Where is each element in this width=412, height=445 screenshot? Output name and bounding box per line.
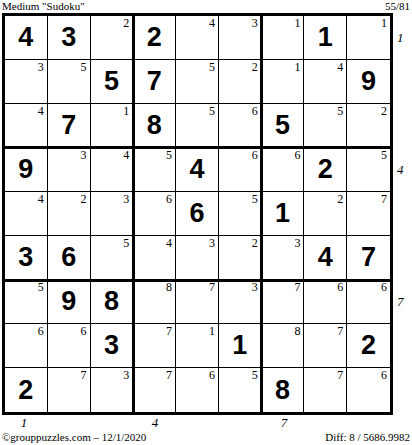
copyright-text: ©grouppuzzles.com – 12/1/2020 — [2, 431, 146, 443]
given-digit: 4 — [5, 16, 47, 59]
pencil-mark: 3 — [252, 16, 258, 30]
pencil-mark: 6 — [294, 148, 300, 162]
pencil-mark: 5 — [81, 60, 87, 74]
cell-r1c9[interactable]: 1 — [347, 16, 390, 60]
cell-r3c2[interactable]: 7 — [48, 104, 91, 148]
sudoku-grid: 4322431113557521494718565529345466254236… — [2, 13, 393, 415]
remaining-counter: 55/81 — [385, 0, 410, 12]
cell-r5c7[interactable]: 1 — [262, 192, 305, 236]
pencil-mark: 2 — [381, 104, 387, 118]
cell-r2c4[interactable]: 7 — [133, 60, 176, 104]
pencil-mark: 5 — [209, 60, 215, 74]
cell-r7c5[interactable]: 7 — [176, 280, 219, 324]
cell-r5c9[interactable]: 7 — [347, 192, 390, 236]
difficulty-text: Diff: 8 / 5686.9982 — [325, 431, 410, 443]
cell-r2c3[interactable]: 5 — [91, 60, 134, 104]
pencil-mark: 7 — [381, 192, 387, 206]
pencil-mark: 5 — [252, 192, 258, 206]
cell-r3c3[interactable]: 1 — [91, 104, 134, 148]
pencil-mark: 6 — [209, 368, 215, 382]
cell-r3c9[interactable]: 2 — [347, 104, 390, 148]
cell-r6c7[interactable]: 3 — [262, 236, 305, 280]
pencil-mark: 3 — [294, 236, 300, 250]
given-digit: 3 — [48, 16, 90, 59]
cell-r9c1[interactable]: 2 — [5, 368, 48, 412]
row-marker-7: 7 — [397, 295, 411, 309]
pencil-mark: 5 — [123, 236, 129, 250]
given-digit: 2 — [347, 324, 390, 367]
pencil-mark: 4 — [38, 192, 44, 206]
cell-r1c2[interactable]: 3 — [48, 16, 91, 60]
cell-r9c9[interactable]: 6 — [347, 368, 390, 412]
pencil-mark: 4 — [38, 104, 44, 118]
cell-r9c5[interactable]: 6 — [176, 368, 219, 412]
pencil-mark: 2 — [81, 192, 87, 206]
cell-r6c9[interactable]: 7 — [347, 236, 390, 280]
cell-r6c2[interactable]: 6 — [48, 236, 91, 280]
cell-r2c7[interactable]: 1 — [262, 60, 305, 104]
given-digit: 7 — [347, 236, 390, 279]
cell-r7c9[interactable]: 6 — [347, 280, 390, 324]
row-marker-1: 1 — [397, 31, 411, 45]
cell-r3c4[interactable]: 8 — [133, 104, 176, 148]
pencil-mark: 7 — [166, 324, 172, 338]
pencil-mark: 4 — [123, 148, 129, 162]
pencil-mark: 6 — [252, 104, 258, 118]
cell-r2c1[interactable]: 3 — [5, 60, 48, 104]
pencil-mark: 5 — [209, 104, 215, 118]
cell-r9c7[interactable]: 8 — [262, 368, 305, 412]
given-digit: 2 — [304, 148, 346, 191]
header: Medium "Sudoku" 55/81 — [2, 0, 410, 13]
pencil-mark: 4 — [209, 16, 215, 30]
pencil-mark: 2 — [252, 60, 258, 74]
pencil-mark: 1 — [294, 60, 300, 74]
pencil-mark: 8 — [166, 280, 172, 294]
given-digit: 4 — [304, 236, 346, 279]
cell-r8c1[interactable]: 6 — [5, 324, 48, 368]
pencil-mark: 7 — [337, 324, 343, 338]
cell-r3c7[interactable]: 5 — [262, 104, 305, 148]
cell-r1c6[interactable]: 3 — [219, 16, 262, 60]
pencil-mark: 6 — [381, 368, 387, 382]
cell-r2c2[interactable]: 5 — [48, 60, 91, 104]
pencil-mark: 7 — [166, 368, 172, 382]
cell-r5c5[interactable]: 6 — [176, 192, 219, 236]
cell-r5c1[interactable]: 4 — [5, 192, 48, 236]
given-digit: 4 — [176, 148, 218, 191]
pencil-mark: 4 — [166, 236, 172, 250]
cell-r7c3[interactable]: 8 — [91, 280, 134, 324]
cell-r7c1[interactable]: 5 — [5, 280, 48, 324]
cell-r6c1[interactable]: 3 — [5, 236, 48, 280]
cell-r7c4[interactable]: 8 — [133, 280, 176, 324]
cell-r2c5[interactable]: 5 — [176, 60, 219, 104]
cell-r6c4[interactable]: 4 — [133, 236, 176, 280]
given-digit: 8 — [91, 280, 133, 323]
given-digit: 7 — [133, 60, 175, 103]
given-digit: 1 — [262, 192, 304, 235]
cell-r9c3[interactable]: 3 — [91, 368, 134, 412]
cell-r9c6[interactable]: 5 — [219, 368, 262, 412]
cell-r4c3[interactable]: 4 — [91, 148, 134, 192]
pencil-mark: 3 — [81, 148, 87, 162]
cell-r7c2[interactable]: 9 — [48, 280, 91, 324]
pencil-mark: 1 — [381, 16, 387, 30]
pencil-mark: 7 — [337, 368, 343, 382]
cell-r1c4[interactable]: 2 — [133, 16, 176, 60]
given-digit: 2 — [5, 368, 47, 412]
cell-r1c1[interactable]: 4 — [5, 16, 48, 60]
given-digit: 3 — [5, 236, 47, 279]
cell-r3c1[interactable]: 4 — [5, 104, 48, 148]
cell-r9c2[interactable]: 7 — [48, 368, 91, 412]
cell-r4c2[interactable]: 3 — [48, 148, 91, 192]
given-digit: 9 — [5, 148, 47, 191]
cell-r3c5[interactable]: 5 — [176, 104, 219, 148]
pencil-mark: 6 — [81, 324, 87, 338]
cell-r8c4[interactable]: 7 — [133, 324, 176, 368]
given-digit: 6 — [176, 192, 218, 235]
col-marker-1: 1 — [14, 416, 34, 430]
pencil-mark: 7 — [81, 368, 87, 382]
pencil-mark: 4 — [337, 60, 343, 74]
pencil-mark: 5 — [252, 368, 258, 382]
cell-r8c6[interactable]: 1 — [219, 324, 262, 368]
cell-r2c8[interactable]: 4 — [304, 60, 347, 104]
given-digit: 5 — [262, 104, 304, 147]
cell-r4c4[interactable]: 5 — [133, 148, 176, 192]
given-digit: 9 — [347, 60, 390, 103]
cell-r7c7[interactable]: 7 — [262, 280, 305, 324]
cell-r6c5[interactable]: 3 — [176, 236, 219, 280]
pencil-mark: 2 — [123, 16, 129, 30]
cell-r3c6[interactable]: 6 — [219, 104, 262, 148]
cell-r7c8[interactable]: 6 — [304, 280, 347, 324]
col-marker-7: 7 — [274, 416, 294, 430]
given-digit: 8 — [133, 104, 175, 147]
given-digit: 2 — [133, 16, 175, 59]
pencil-mark: 1 — [294, 16, 300, 30]
given-digit: 8 — [262, 368, 304, 412]
cell-r4c5[interactable]: 4 — [176, 148, 219, 192]
given-digit: 5 — [91, 60, 133, 103]
cell-r2c9[interactable]: 9 — [347, 60, 390, 104]
pencil-mark: 7 — [294, 280, 300, 294]
pencil-mark: 5 — [337, 104, 343, 118]
pencil-mark: 3 — [209, 236, 215, 250]
pencil-mark: 1 — [123, 104, 129, 118]
cell-r6c3[interactable]: 5 — [91, 236, 134, 280]
cell-r1c7[interactable]: 1 — [262, 16, 305, 60]
given-digit: 1 — [304, 16, 346, 59]
given-digit: 1 — [219, 324, 261, 367]
pencil-mark: 5 — [38, 280, 44, 294]
pencil-mark: 6 — [38, 324, 44, 338]
pencil-mark: 5 — [166, 148, 172, 162]
cell-r5c4[interactable]: 6 — [133, 192, 176, 236]
pencil-mark: 6 — [252, 148, 258, 162]
cell-r2c6[interactable]: 2 — [219, 60, 262, 104]
cell-r1c5[interactable]: 4 — [176, 16, 219, 60]
given-digit: 7 — [48, 104, 90, 147]
cell-r1c8[interactable]: 1 — [304, 16, 347, 60]
cell-r6c8[interactable]: 4 — [304, 236, 347, 280]
cell-r9c8[interactable]: 7 — [304, 368, 347, 412]
pencil-mark: 6 — [166, 192, 172, 206]
pencil-mark: 2 — [252, 236, 258, 250]
cell-r4c8[interactable]: 2 — [304, 148, 347, 192]
pencil-mark: 7 — [209, 280, 215, 294]
cell-r5c3[interactable]: 3 — [91, 192, 134, 236]
pencil-mark: 6 — [337, 280, 343, 294]
pencil-mark: 3 — [123, 368, 129, 382]
cell-r8c3[interactable]: 3 — [91, 324, 134, 368]
given-digit: 9 — [48, 280, 90, 323]
cell-r5c8[interactable]: 2 — [304, 192, 347, 236]
cell-r4c6[interactable]: 6 — [219, 148, 262, 192]
cell-r8c8[interactable]: 7 — [304, 324, 347, 368]
cell-r1c3[interactable]: 2 — [91, 16, 134, 60]
pencil-mark: 3 — [123, 192, 129, 206]
cell-r4c9[interactable]: 5 — [347, 148, 390, 192]
cell-r9c4[interactable]: 7 — [133, 368, 176, 412]
cell-r8c5[interactable]: 1 — [176, 324, 219, 368]
pencil-mark: 2 — [337, 192, 343, 206]
cell-r7c6[interactable]: 3 — [219, 280, 262, 324]
cell-r5c6[interactable]: 5 — [219, 192, 262, 236]
cell-r4c1[interactable]: 9 — [5, 148, 48, 192]
pencil-mark: 3 — [38, 60, 44, 74]
pencil-mark: 8 — [294, 324, 300, 338]
pencil-mark: 3 — [252, 280, 258, 294]
cell-r8c7[interactable]: 8 — [262, 324, 305, 368]
cell-r3c8[interactable]: 5 — [304, 104, 347, 148]
pencil-mark: 5 — [381, 148, 387, 162]
pencil-mark: 1 — [209, 324, 215, 338]
given-digit: 3 — [91, 324, 133, 367]
cell-r8c9[interactable]: 2 — [347, 324, 390, 368]
given-digit: 6 — [48, 236, 90, 279]
pencil-mark: 6 — [381, 280, 387, 294]
col-marker-4: 4 — [145, 416, 165, 430]
cell-r6c6[interactable]: 2 — [219, 236, 262, 280]
cell-r8c2[interactable]: 6 — [48, 324, 91, 368]
cell-r5c2[interactable]: 2 — [48, 192, 91, 236]
footer: ©grouppuzzles.com – 12/1/2020 Diff: 8 / … — [2, 431, 410, 443]
row-marker-4: 4 — [397, 163, 411, 177]
cell-r4c7[interactable]: 6 — [262, 148, 305, 192]
page-title: Medium "Sudoku" — [2, 0, 85, 12]
